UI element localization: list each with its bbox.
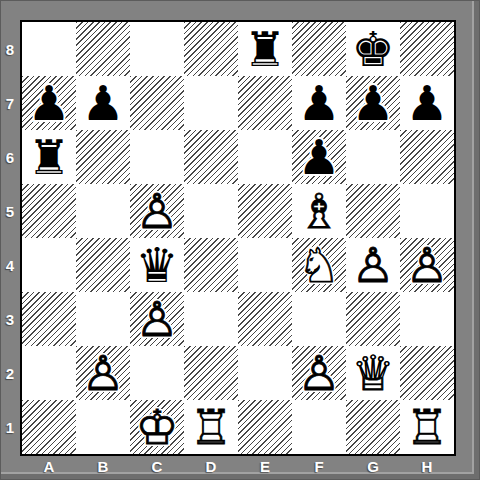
square-g8[interactable]: ♚♚: [346, 22, 400, 76]
piece-fill: ♟: [22, 76, 76, 130]
piece-fill: ♟: [346, 238, 400, 292]
square-e3[interactable]: [238, 292, 292, 346]
piece-fill: ♚: [346, 22, 400, 76]
square-f6[interactable]: ♟♟: [292, 130, 346, 184]
piece-fill: ♜: [238, 22, 292, 76]
piece-white-bishop: ♗: [292, 184, 346, 238]
square-b6[interactable]: [76, 130, 130, 184]
square-f7[interactable]: ♟♟: [292, 76, 346, 130]
piece-fill: ♝: [292, 184, 346, 238]
piece-white-rook: ♖: [184, 400, 238, 454]
square-c4[interactable]: ♛♛: [130, 238, 184, 292]
piece-fill: ♜: [22, 130, 76, 184]
piece-black-queen: ♛: [130, 238, 184, 292]
square-e6[interactable]: [238, 130, 292, 184]
square-f3[interactable]: [292, 292, 346, 346]
chess-board: ♜♜♚♚♟♟♟♟♟♟♟♟♟♟♜♜♟♟♟♙♝♗♛♛♞♘♟♙♟♙♟♙♟♙♟♙♛♕♚♔…: [20, 20, 456, 456]
rank-label-5: 5: [0, 184, 20, 238]
piece-fill: ♜: [400, 400, 454, 454]
square-h7[interactable]: ♟♟: [400, 76, 454, 130]
piece-fill: ♟: [400, 238, 454, 292]
square-b8[interactable]: [76, 22, 130, 76]
square-g7[interactable]: ♟♟: [346, 76, 400, 130]
piece-fill: ♛: [346, 346, 400, 400]
piece-black-rook: ♜: [238, 22, 292, 76]
piece-white-queen: ♕: [346, 346, 400, 400]
rank-label-1: 1: [0, 400, 20, 454]
square-a4[interactable]: [22, 238, 76, 292]
rank-labels: 87654321: [0, 22, 20, 454]
square-d7[interactable]: [184, 76, 238, 130]
square-h5[interactable]: [400, 184, 454, 238]
piece-white-knight: ♘: [292, 238, 346, 292]
square-e5[interactable]: [238, 184, 292, 238]
piece-white-pawn: ♙: [130, 184, 184, 238]
square-b2[interactable]: ♟♙: [76, 346, 130, 400]
square-g3[interactable]: [346, 292, 400, 346]
piece-fill: ♟: [76, 76, 130, 130]
square-b4[interactable]: [76, 238, 130, 292]
file-label-B: B: [76, 456, 130, 476]
square-a8[interactable]: [22, 22, 76, 76]
square-g1[interactable]: [346, 400, 400, 454]
piece-fill: ♟: [400, 76, 454, 130]
piece-black-pawn: ♟: [76, 76, 130, 130]
square-f2[interactable]: ♟♙: [292, 346, 346, 400]
square-d4[interactable]: [184, 238, 238, 292]
square-d1[interactable]: ♜♖: [184, 400, 238, 454]
square-d2[interactable]: [184, 346, 238, 400]
square-h3[interactable]: [400, 292, 454, 346]
piece-fill: ♟: [292, 130, 346, 184]
piece-white-pawn: ♙: [76, 346, 130, 400]
file-label-G: G: [346, 456, 400, 476]
rank-label-2: 2: [0, 346, 20, 400]
square-b5[interactable]: [76, 184, 130, 238]
square-h1[interactable]: ♜♖: [400, 400, 454, 454]
piece-fill: ♞: [292, 238, 346, 292]
square-g6[interactable]: [346, 130, 400, 184]
square-f5[interactable]: ♝♗: [292, 184, 346, 238]
piece-black-pawn: ♟: [292, 130, 346, 184]
file-label-H: H: [400, 456, 454, 476]
piece-black-pawn: ♟: [22, 76, 76, 130]
square-f1[interactable]: [292, 400, 346, 454]
square-d6[interactable]: [184, 130, 238, 184]
square-d3[interactable]: [184, 292, 238, 346]
square-e1[interactable]: [238, 400, 292, 454]
square-a3[interactable]: [22, 292, 76, 346]
square-c1[interactable]: ♚♔: [130, 400, 184, 454]
chess-diagram-frame: 87654321 ♜♜♚♚♟♟♟♟♟♟♟♟♟♟♜♜♟♟♟♙♝♗♛♛♞♘♟♙♟♙♟…: [0, 0, 480, 480]
square-b3[interactable]: [76, 292, 130, 346]
piece-fill: ♟: [76, 346, 130, 400]
piece-black-pawn: ♟: [292, 76, 346, 130]
square-c6[interactable]: [130, 130, 184, 184]
square-g2[interactable]: ♛♕: [346, 346, 400, 400]
piece-black-pawn: ♟: [346, 76, 400, 130]
square-f8[interactable]: [292, 22, 346, 76]
piece-white-pawn: ♙: [292, 346, 346, 400]
square-a7[interactable]: ♟♟: [22, 76, 76, 130]
square-h4[interactable]: ♟♙: [400, 238, 454, 292]
file-label-E: E: [238, 456, 292, 476]
square-a2[interactable]: [22, 346, 76, 400]
square-b1[interactable]: [76, 400, 130, 454]
piece-white-pawn: ♙: [346, 238, 400, 292]
piece-white-pawn: ♙: [400, 238, 454, 292]
piece-black-pawn: ♟: [400, 76, 454, 130]
piece-fill: ♟: [292, 346, 346, 400]
square-a5[interactable]: [22, 184, 76, 238]
square-c2[interactable]: [130, 346, 184, 400]
rank-label-3: 3: [0, 292, 20, 346]
square-f4[interactable]: ♞♘: [292, 238, 346, 292]
square-b7[interactable]: ♟♟: [76, 76, 130, 130]
piece-black-rook: ♜: [22, 130, 76, 184]
piece-fill: ♜: [184, 400, 238, 454]
square-h6[interactable]: [400, 130, 454, 184]
piece-fill: ♛: [130, 238, 184, 292]
square-c8[interactable]: [130, 22, 184, 76]
file-label-F: F: [292, 456, 346, 476]
square-c7[interactable]: [130, 76, 184, 130]
square-e4[interactable]: [238, 238, 292, 292]
rank-label-8: 8: [0, 22, 20, 76]
square-e7[interactable]: [238, 76, 292, 130]
file-label-C: C: [130, 456, 184, 476]
piece-fill: ♟: [130, 184, 184, 238]
square-d8[interactable]: [184, 22, 238, 76]
file-labels: ABCDEFGH: [22, 456, 454, 476]
square-g5[interactable]: [346, 184, 400, 238]
piece-white-rook: ♖: [400, 400, 454, 454]
square-d5[interactable]: [184, 184, 238, 238]
file-label-A: A: [22, 456, 76, 476]
square-e2[interactable]: [238, 346, 292, 400]
square-a6[interactable]: ♜♜: [22, 130, 76, 184]
piece-black-king: ♚: [346, 22, 400, 76]
square-g4[interactable]: ♟♙: [346, 238, 400, 292]
square-a1[interactable]: [22, 400, 76, 454]
file-label-D: D: [184, 456, 238, 476]
rank-label-6: 6: [0, 130, 20, 184]
square-h8[interactable]: [400, 22, 454, 76]
piece-fill: ♚: [130, 400, 184, 454]
piece-white-pawn: ♙: [130, 292, 184, 346]
piece-fill: ♟: [130, 292, 184, 346]
square-c3[interactable]: ♟♙: [130, 292, 184, 346]
rank-label-7: 7: [0, 76, 20, 130]
rank-label-4: 4: [0, 238, 20, 292]
square-h2[interactable]: [400, 346, 454, 400]
piece-fill: ♟: [292, 76, 346, 130]
piece-fill: ♟: [346, 76, 400, 130]
square-e8[interactable]: ♜♜: [238, 22, 292, 76]
piece-white-king: ♔: [130, 400, 184, 454]
square-c5[interactable]: ♟♙: [130, 184, 184, 238]
